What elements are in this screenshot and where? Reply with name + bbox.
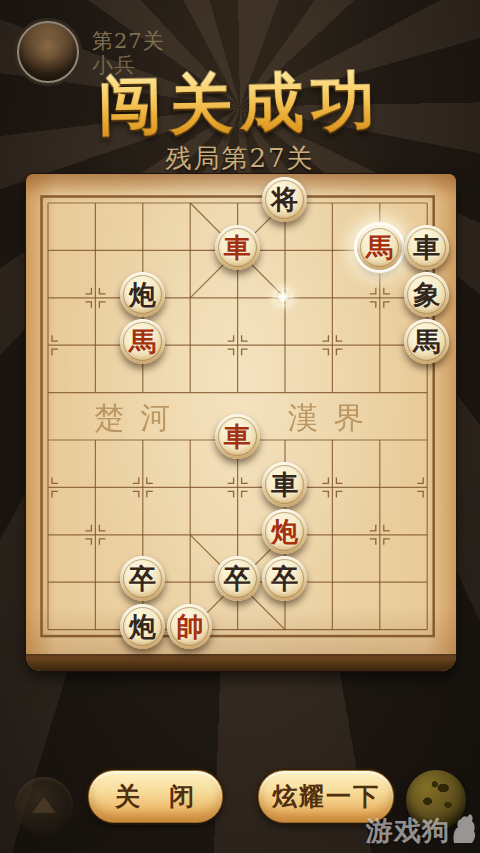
piece-black-cannon[interactable]: 炮 <box>120 272 165 317</box>
piece-red-cannon[interactable]: 炮 <box>262 509 307 554</box>
piece-black-horse[interactable]: 馬 <box>404 319 449 364</box>
xiangqi-board: 楚河 漢界 将車馬車炮象馬馬車車炮卒卒卒炮帥 <box>26 174 456 671</box>
home-button[interactable] <box>15 777 73 835</box>
piece-red-general[interactable]: 帥 <box>167 604 212 649</box>
move-sparkle-effect <box>276 290 290 304</box>
piece-black-chariot[interactable]: 車 <box>262 462 307 507</box>
piece-red-chariot[interactable]: 車 <box>215 225 260 270</box>
victory-title: 闯关成功 <box>0 56 480 151</box>
watermark-text: 游戏狗 <box>366 813 450 849</box>
level-subtitle: 残局第27关 <box>0 141 480 176</box>
piece-red-horse[interactable]: 馬 <box>120 319 165 364</box>
piece-black-chariot[interactable]: 車 <box>404 225 449 270</box>
piece-black-general[interactable]: 将 <box>262 177 307 222</box>
piece-red-chariot[interactable]: 車 <box>215 414 260 459</box>
piece-black-soldier[interactable]: 卒 <box>262 556 307 601</box>
board-wooden-edge <box>26 654 456 671</box>
home-arrow-icon <box>32 797 56 813</box>
piece-black-cannon[interactable]: 炮 <box>120 604 165 649</box>
close-button[interactable]: 关 闭 <box>88 770 223 823</box>
piece-black-elephant[interactable]: 象 <box>404 272 449 317</box>
pieces-layer: 将車馬車炮象馬馬車車炮卒卒卒炮帥 <box>24 179 451 653</box>
avatar-face-icon <box>36 35 60 65</box>
piece-black-soldier[interactable]: 卒 <box>215 556 260 601</box>
piece-red-horse[interactable]: 馬 <box>357 225 402 270</box>
watermark-dog-icon <box>448 813 478 847</box>
piece-black-soldier[interactable]: 卒 <box>120 556 165 601</box>
